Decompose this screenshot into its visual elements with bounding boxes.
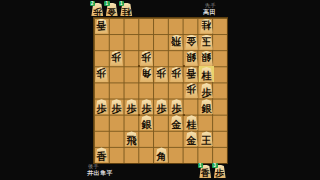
shogi-piece-王-upright[interactable]: 王: [200, 131, 214, 146]
shogi-piece-歩-upright[interactable]: 歩: [200, 83, 214, 98]
shogi-piece-歩-rotated[interactable]: 歩: [185, 83, 199, 98]
shogi-piece-歩-rotated[interactable]: 歩: [140, 51, 154, 66]
shogi-piece-歩-rotated[interactable]: 歩: [170, 67, 184, 82]
shogi-piece-歩-upright[interactable]: 歩: [95, 99, 109, 114]
shogi-piece-飛-rotated[interactable]: 飛: [170, 35, 184, 50]
shogi-piece-桂-upright[interactable]: 桂: [185, 115, 199, 130]
shogi-piece-金-upright[interactable]: 金: [170, 115, 184, 130]
top-player-name: 高田: [203, 8, 216, 17]
hand-count-badge: 1: [198, 163, 204, 169]
hand-count-badge: 3: [212, 163, 218, 169]
hand-count-badge: 2: [90, 1, 96, 7]
bottom-player-name: 井出隼平: [87, 169, 113, 178]
hand-count-badge: 1: [119, 1, 125, 7]
star-point: [183, 65, 185, 67]
app-screen: 香桂飛金玉歩歩銀銀歩角歩歩香桂歩歩歩歩歩歩歩歩銀銀金桂飛金王香角 歩2金1桂1 …: [0, 0, 320, 180]
shogi-piece-歩-upright[interactable]: 歩: [110, 99, 124, 114]
star-point: [138, 65, 140, 67]
shogi-piece-玉-rotated[interactable]: 玉: [200, 35, 214, 50]
shogi-piece-歩-rotated[interactable]: 歩: [95, 67, 109, 82]
hand-count-badge: 1: [104, 1, 110, 7]
shogi-piece-歩-upright[interactable]: 歩: [140, 99, 154, 114]
shogi-piece-角-rotated[interactable]: 角: [140, 67, 154, 82]
shogi-piece-歩-rotated[interactable]: 歩: [155, 67, 169, 82]
shogi-piece-銀-rotated[interactable]: 銀: [185, 51, 199, 66]
shogi-piece-香-rotated[interactable]: 香: [185, 67, 199, 82]
shogi-piece-歩-upright[interactable]: 歩: [170, 99, 184, 114]
shogi-piece-金-rotated[interactable]: 金: [185, 35, 199, 50]
shogi-piece-角-upright[interactable]: 角: [155, 147, 169, 162]
shogi-piece-銀-upright[interactable]: 銀: [200, 99, 214, 114]
shogi-piece-桂-rotated[interactable]: 桂: [200, 19, 214, 34]
shogi-piece-歩-rotated[interactable]: 歩: [110, 51, 124, 66]
shogi-piece-銀-upright[interactable]: 銀: [140, 115, 154, 130]
shogi-board[interactable]: 香桂飛金玉歩歩銀銀歩角歩歩香桂歩歩歩歩歩歩歩歩銀銀金桂飛金王香角: [93, 17, 228, 164]
shogi-piece-香-upright[interactable]: 香: [95, 147, 109, 162]
shogi-piece-歩-upright[interactable]: 歩: [125, 99, 139, 114]
star-point: [138, 114, 140, 116]
star-point: [183, 114, 185, 116]
shogi-piece-香-rotated[interactable]: 香: [95, 19, 109, 34]
shogi-piece-銀-rotated[interactable]: 銀: [200, 51, 214, 66]
shogi-piece-歩-upright[interactable]: 歩: [155, 99, 169, 114]
shogi-piece-飛-upright[interactable]: 飛: [125, 131, 139, 146]
shogi-piece-金-upright[interactable]: 金: [185, 131, 199, 146]
